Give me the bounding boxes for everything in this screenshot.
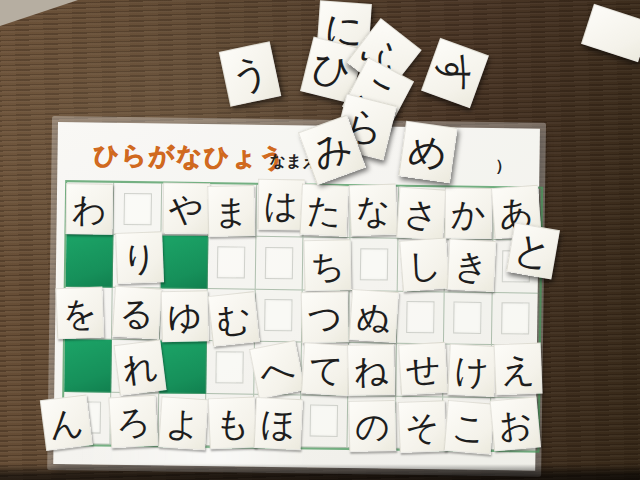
tile-む[interactable]: む <box>208 291 260 347</box>
tile-slot-outline <box>264 299 292 331</box>
tile-き[interactable]: き <box>447 239 496 292</box>
tile-と[interactable]: と <box>506 222 560 279</box>
tile-こ[interactable]: こ <box>444 399 495 454</box>
tile-か[interactable]: か <box>445 187 493 239</box>
tile-り[interactable]: り <box>116 232 165 285</box>
tile-も[interactable]: も <box>208 396 257 449</box>
tile-ほ[interactable]: ほ <box>253 397 302 450</box>
grid-cell-r2c1[interactable] <box>66 235 114 288</box>
tile-slot-outline <box>123 193 151 225</box>
tile-へ[interactable]: へ <box>249 340 305 399</box>
tile-れ[interactable]: れ <box>114 340 167 396</box>
grid-cell-r3c8[interactable] <box>397 292 445 345</box>
tile-ゆ[interactable]: ゆ <box>161 290 209 342</box>
tile-し[interactable]: し <box>399 238 450 292</box>
tile-つ[interactable]: つ <box>301 291 349 343</box>
tile-え[interactable]: え <box>493 343 542 396</box>
grid-cell-r4c1[interactable] <box>64 339 112 392</box>
tile-slot-outline <box>310 405 338 437</box>
tile-slot-outline <box>217 246 245 278</box>
chart-title: ひらがなひょう <box>93 139 287 175</box>
tile-は[interactable]: は <box>257 179 305 231</box>
tile-さ[interactable]: さ <box>396 187 446 241</box>
tile-ろ[interactable]: ろ <box>109 394 159 448</box>
name-field-close-paren: ） <box>495 156 511 177</box>
tile-slot-outline <box>453 302 481 334</box>
grid-cell-r3c5[interactable] <box>255 290 303 343</box>
tile-の[interactable]: の <box>349 400 397 452</box>
grid-cell-r5c6[interactable] <box>300 395 348 448</box>
grid-cell-r3c9[interactable] <box>444 292 492 345</box>
tile-slot-outline <box>216 351 244 383</box>
tile-ん[interactable]: ん <box>40 394 93 450</box>
tile-を[interactable]: を <box>55 286 104 339</box>
tile-た[interactable]: た <box>300 184 349 237</box>
tile-ち[interactable]: ち <box>303 240 351 292</box>
tile-ね[interactable]: ね <box>347 344 395 396</box>
grid-cell-r3c10[interactable] <box>492 293 540 346</box>
tile-よ[interactable]: よ <box>158 396 208 450</box>
grid-cell-r4c4[interactable] <box>206 341 254 394</box>
tile-slot-outline <box>265 247 293 279</box>
tile-る[interactable]: る <box>112 285 162 339</box>
tile-そ[interactable]: そ <box>398 400 447 453</box>
table-front-edge <box>0 464 640 480</box>
photo-canvas: ひらがなひょう なまえ（ ） わやまはたなさかありちしきをるゆむつぬれへてねせけ… <box>0 0 640 480</box>
tile-う[interactable]: う <box>219 41 282 107</box>
tile-お[interactable]: お <box>489 396 540 451</box>
tile-な[interactable]: な <box>349 184 398 237</box>
grid-cell-r1c2[interactable] <box>114 183 162 236</box>
grid-cell-r4c3[interactable] <box>159 341 207 394</box>
tile-ま[interactable]: ま <box>207 185 255 237</box>
hiragana-board: ひらがなひょう なまえ（ ） わやまはたなさかありちしきをるゆむつぬれへてねせけ… <box>53 122 540 471</box>
tile-や[interactable]: や <box>162 182 210 234</box>
tile-め[interactable]: め <box>398 121 457 184</box>
tile-わ[interactable]: わ <box>65 183 113 235</box>
tile-slot-outline <box>359 248 387 280</box>
tile-slot-outline <box>501 303 529 335</box>
grid-cell-r2c3[interactable] <box>160 236 208 289</box>
tile-て[interactable]: て <box>301 342 351 396</box>
tile-け[interactable]: け <box>448 344 497 397</box>
tile-せ[interactable]: せ <box>398 342 448 396</box>
grid-cell-r2c5[interactable] <box>255 237 303 290</box>
grid-cell-r2c7[interactable] <box>350 238 398 291</box>
grid-cell-r2c4[interactable] <box>208 237 256 290</box>
tile-slot-outline <box>406 301 434 333</box>
tile-ぬ[interactable]: ぬ <box>349 289 399 343</box>
